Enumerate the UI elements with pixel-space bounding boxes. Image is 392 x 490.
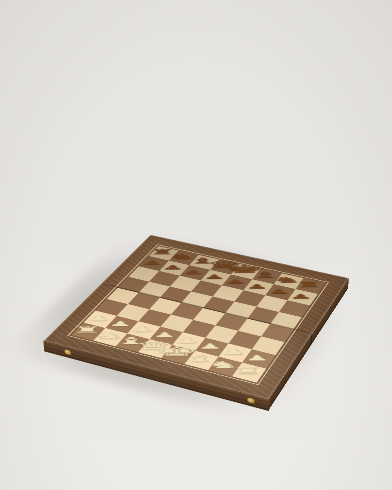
square-f3 <box>205 325 238 343</box>
chess-board: ♜♞♝♛♚♝♞♜♟♟♟♟♟♟♟♟♟♟♟♟♟♟♟♟♜♞♝♛♚♝♞♜ <box>44 235 348 399</box>
square-c1 <box>116 334 150 353</box>
square-g3 <box>228 331 261 349</box>
square-e3 <box>183 320 216 338</box>
square-d3 <box>160 315 193 333</box>
square-b2 <box>105 316 138 334</box>
square-a1 <box>72 323 106 341</box>
square-e1 <box>161 345 195 364</box>
square-c2 <box>127 321 160 339</box>
square-f2 <box>195 338 228 357</box>
square-f1 <box>184 351 218 370</box>
square-b1 <box>93 328 127 346</box>
scene: ♜♞♝♛♚♝♞♜♟♟♟♟♟♟♟♟♟♟♟♟♟♟♟♟♜♞♝♛♚♝♞♜ <box>0 0 392 490</box>
brass-latch <box>65 349 72 355</box>
square-d2 <box>150 327 183 345</box>
square-e2 <box>172 332 205 351</box>
square-c3 <box>138 309 171 326</box>
fold-seam-edge <box>311 333 312 345</box>
square-h1 <box>232 363 266 383</box>
square-g2 <box>218 343 251 362</box>
square-h3 <box>252 336 285 355</box>
brass-latch <box>248 397 255 403</box>
square-a2 <box>84 311 117 328</box>
product-photo: ♜♞♝♛♚♝♞♜♟♟♟♟♟♟♟♟♟♟♟♟♟♟♟♟♜♞♝♛♚♝♞♜ <box>0 0 392 490</box>
square-h2 <box>242 349 275 368</box>
square-d1 <box>138 339 172 358</box>
square-g1 <box>208 357 242 377</box>
